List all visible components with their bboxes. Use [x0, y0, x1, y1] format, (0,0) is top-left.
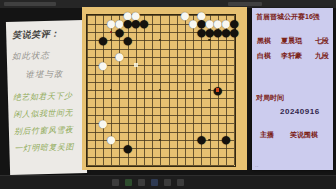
title-text-smudge — [228, 2, 262, 6]
go-board[interactable]: ●●●●●●●●●●●●●●●●●●●●●●●●●●●●●●● — [82, 7, 247, 170]
black-player-rank: 七段 — [315, 36, 329, 46]
taskbar-icon[interactable] — [138, 179, 145, 186]
taskbar-icon[interactable] — [112, 179, 119, 186]
grid-line-h — [87, 165, 235, 166]
grid-line-h — [87, 98, 235, 99]
taskbar — [0, 175, 336, 189]
black-stone-2-3: ● — [98, 36, 107, 45]
grid-line-v — [185, 15, 186, 164]
poem-line-4: 一灯明暗复吴图 — [14, 142, 83, 153]
white-player-rank: 九段 — [315, 51, 329, 61]
white-stone-3-15: ● — [107, 135, 116, 144]
game-info-panel: 首届晋城公开赛16强 黑棋 夏晨琨 七段 白棋 李轩豪 九段 对局时间 2024… — [252, 8, 333, 170]
grid-line-h — [87, 115, 235, 116]
grid-line-v — [169, 15, 170, 164]
taskbar-icons — [112, 179, 184, 186]
poem-block: 绝艺如君天下少 闲人似我世间无 别后竹窗风雪夜 一灯明暗复吴图 — [11, 91, 84, 153]
black-stone-18-2: ● — [230, 28, 239, 37]
black-stone-5-16: ● — [123, 144, 132, 153]
commentary-header: 笑说笑评： — [12, 27, 80, 42]
black-player-name: 夏晨琨 — [281, 36, 313, 46]
game-time-label: 对局时间 — [256, 93, 333, 103]
black-stone-7-1: ● — [139, 19, 148, 28]
ghost-square-marker — [134, 63, 138, 67]
white-player-name: 李轩豪 — [281, 51, 313, 61]
black-stone-17-15: ● — [221, 135, 230, 144]
host-row: 主播 笑说围棋 — [260, 130, 333, 140]
taskbar-icon[interactable] — [164, 179, 171, 186]
poem-line-2: 闲人似我世间无 — [13, 108, 82, 119]
grid-line-h — [87, 157, 235, 158]
star-point — [208, 139, 210, 141]
grid-line-h — [87, 107, 235, 108]
game-date: 20240916 — [280, 107, 333, 116]
black-stone-14-15: ● — [197, 135, 206, 144]
white-stone-2-6: ● — [98, 61, 107, 70]
black-label: 黑棋 — [257, 36, 275, 46]
commentary-card: 笑说笑评： 如此状态 谁堪与敌 绝艺如君天下少 闲人似我世间无 别后竹窗风雪夜 … — [6, 20, 87, 175]
app-window: 笑说笑评： 如此状态 谁堪与敌 绝艺如君天下少 闲人似我世间无 别后竹窗风雪夜 … — [0, 0, 336, 189]
host-name: 笑说围棋 — [290, 130, 318, 140]
black-stone-5-3: ● — [123, 36, 132, 45]
taskbar-icon[interactable] — [125, 179, 132, 186]
grid-line-v — [193, 15, 194, 164]
poem-line-3: 别后竹窗风雪夜 — [14, 125, 83, 136]
taskbar-icon[interactable] — [151, 179, 158, 186]
taskbar-icon[interactable] — [177, 179, 184, 186]
title-text-smudge — [4, 2, 56, 6]
white-stone-2-13: ● — [98, 119, 107, 128]
commentary-line-2: 谁堪与敌 — [25, 68, 81, 82]
grid-line-h — [87, 123, 235, 124]
star-point — [208, 89, 210, 91]
red-square-last-move-marker — [216, 88, 219, 91]
poem-line-1: 绝艺如君天下少 — [13, 91, 82, 102]
grid-line-h — [87, 148, 235, 149]
grid-line-v — [177, 15, 178, 164]
commentary-line-1: 如此状态 — [12, 49, 81, 63]
white-player-row: 白棋 李轩豪 九段 — [257, 51, 333, 61]
panel-resize-dots: .. — [255, 162, 258, 168]
tournament-title: 首届晋城公开赛16强 — [256, 12, 333, 22]
white-stone-4-5: ● — [115, 52, 124, 61]
host-label: 主播 — [260, 130, 274, 140]
white-label: 白棋 — [257, 51, 275, 61]
black-player-row: 黑棋 夏晨琨 七段 — [257, 36, 333, 46]
